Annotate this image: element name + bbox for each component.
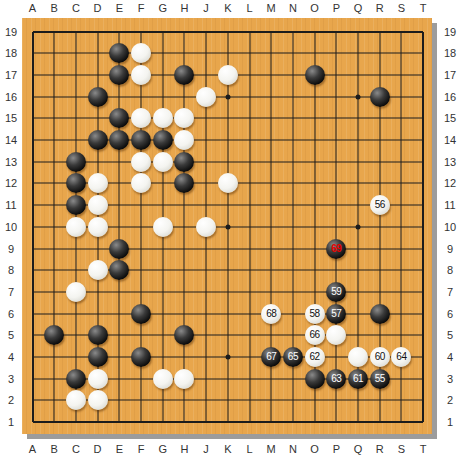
board-grid[interactable]: [22, 21, 434, 433]
intersection-Q16[interactable]: [347, 86, 369, 108]
intersection-A18[interactable]: [22, 42, 44, 64]
intersection-E6[interactable]: [108, 303, 130, 325]
intersection-O7[interactable]: [304, 281, 326, 303]
intersection-L6[interactable]: [239, 303, 261, 325]
intersection-N17[interactable]: [282, 64, 304, 86]
intersection-P15[interactable]: [325, 107, 347, 129]
intersection-Q6[interactable]: [347, 303, 369, 325]
intersection-C4[interactable]: [65, 346, 87, 368]
intersection-A14[interactable]: [22, 129, 44, 151]
intersection-F6[interactable]: [130, 303, 152, 325]
intersection-T4[interactable]: [412, 346, 434, 368]
intersection-L13[interactable]: [239, 151, 261, 173]
intersection-L1[interactable]: [239, 411, 261, 433]
intersection-R2[interactable]: [369, 389, 391, 411]
intersection-T19[interactable]: [412, 21, 434, 43]
intersection-T9[interactable]: [412, 238, 434, 260]
intersection-C9[interactable]: [65, 238, 87, 260]
intersection-C8[interactable]: [65, 259, 87, 281]
intersection-F19[interactable]: [130, 21, 152, 43]
intersection-B11[interactable]: [43, 194, 65, 216]
intersection-S12[interactable]: [390, 172, 412, 194]
intersection-N18[interactable]: [282, 42, 304, 64]
intersection-N4[interactable]: [282, 346, 304, 368]
intersection-B4[interactable]: [43, 346, 65, 368]
intersection-H19[interactable]: [173, 21, 195, 43]
intersection-J15[interactable]: [195, 107, 217, 129]
intersection-A8[interactable]: [22, 259, 44, 281]
intersection-D4[interactable]: [87, 346, 109, 368]
intersection-C17[interactable]: [65, 64, 87, 86]
intersection-T6[interactable]: [412, 303, 434, 325]
intersection-E8[interactable]: [108, 259, 130, 281]
intersection-A10[interactable]: [22, 216, 44, 238]
intersection-R14[interactable]: [369, 129, 391, 151]
intersection-J14[interactable]: [195, 129, 217, 151]
intersection-G10[interactable]: [152, 216, 174, 238]
intersection-B9[interactable]: [43, 238, 65, 260]
intersection-P13[interactable]: [325, 151, 347, 173]
intersection-D13[interactable]: [87, 151, 109, 173]
intersection-H9[interactable]: [173, 238, 195, 260]
intersection-C7[interactable]: [65, 281, 87, 303]
intersection-C12[interactable]: [65, 172, 87, 194]
intersection-P14[interactable]: [325, 129, 347, 151]
intersection-T12[interactable]: [412, 172, 434, 194]
intersection-L16[interactable]: [239, 86, 261, 108]
intersection-Q14[interactable]: [347, 129, 369, 151]
intersection-D12[interactable]: [87, 172, 109, 194]
intersection-M6[interactable]: [260, 303, 282, 325]
intersection-O5[interactable]: [304, 324, 326, 346]
intersection-Q2[interactable]: [347, 389, 369, 411]
intersection-K19[interactable]: [217, 21, 239, 43]
intersection-H16[interactable]: [173, 86, 195, 108]
intersection-O10[interactable]: [304, 216, 326, 238]
intersection-P16[interactable]: [325, 86, 347, 108]
intersection-H2[interactable]: [173, 389, 195, 411]
intersection-K9[interactable]: [217, 238, 239, 260]
intersection-D14[interactable]: [87, 129, 109, 151]
intersection-K2[interactable]: [217, 389, 239, 411]
intersection-N19[interactable]: [282, 21, 304, 43]
intersection-F11[interactable]: [130, 194, 152, 216]
intersection-L11[interactable]: [239, 194, 261, 216]
intersection-S17[interactable]: [390, 64, 412, 86]
intersection-N13[interactable]: [282, 151, 304, 173]
intersection-P18[interactable]: [325, 42, 347, 64]
intersection-H4[interactable]: [173, 346, 195, 368]
intersection-D2[interactable]: [87, 389, 109, 411]
intersection-Q11[interactable]: [347, 194, 369, 216]
intersection-K5[interactable]: [217, 324, 239, 346]
intersection-D6[interactable]: [87, 303, 109, 325]
intersection-H17[interactable]: [173, 64, 195, 86]
intersection-Q19[interactable]: [347, 21, 369, 43]
intersection-F13[interactable]: [130, 151, 152, 173]
intersection-M1[interactable]: [260, 411, 282, 433]
intersection-G11[interactable]: [152, 194, 174, 216]
intersection-M3[interactable]: [260, 368, 282, 390]
intersection-E18[interactable]: [108, 42, 130, 64]
intersection-Q4[interactable]: [347, 346, 369, 368]
intersection-O2[interactable]: [304, 389, 326, 411]
intersection-M4[interactable]: [260, 346, 282, 368]
intersection-S6[interactable]: [390, 303, 412, 325]
intersection-G14[interactable]: [152, 129, 174, 151]
intersection-H14[interactable]: [173, 129, 195, 151]
intersection-C10[interactable]: [65, 216, 87, 238]
intersection-G6[interactable]: [152, 303, 174, 325]
intersection-H5[interactable]: [173, 324, 195, 346]
intersection-K1[interactable]: [217, 411, 239, 433]
intersection-R5[interactable]: [369, 324, 391, 346]
intersection-S19[interactable]: [390, 21, 412, 43]
intersection-J6[interactable]: [195, 303, 217, 325]
intersection-A5[interactable]: [22, 324, 44, 346]
intersection-E12[interactable]: [108, 172, 130, 194]
intersection-J16[interactable]: [195, 86, 217, 108]
intersection-D8[interactable]: [87, 259, 109, 281]
intersection-E17[interactable]: [108, 64, 130, 86]
intersection-N2[interactable]: [282, 389, 304, 411]
intersection-J17[interactable]: [195, 64, 217, 86]
intersection-S3[interactable]: [390, 368, 412, 390]
intersection-F10[interactable]: [130, 216, 152, 238]
intersection-D19[interactable]: [87, 21, 109, 43]
intersection-C2[interactable]: [65, 389, 87, 411]
intersection-C11[interactable]: [65, 194, 87, 216]
intersection-S14[interactable]: [390, 129, 412, 151]
intersection-J19[interactable]: [195, 21, 217, 43]
intersection-Q13[interactable]: [347, 151, 369, 173]
intersection-O12[interactable]: [304, 172, 326, 194]
intersection-S15[interactable]: [390, 107, 412, 129]
intersection-F7[interactable]: [130, 281, 152, 303]
intersection-G4[interactable]: [152, 346, 174, 368]
intersection-P3[interactable]: [325, 368, 347, 390]
intersection-B15[interactable]: [43, 107, 65, 129]
intersection-T11[interactable]: [412, 194, 434, 216]
intersection-E11[interactable]: [108, 194, 130, 216]
intersection-L10[interactable]: [239, 216, 261, 238]
intersection-N15[interactable]: [282, 107, 304, 129]
intersection-P17[interactable]: [325, 64, 347, 86]
intersection-H10[interactable]: [173, 216, 195, 238]
intersection-A1[interactable]: [22, 411, 44, 433]
intersection-S16[interactable]: [390, 86, 412, 108]
intersection-P11[interactable]: [325, 194, 347, 216]
intersection-F3[interactable]: [130, 368, 152, 390]
intersection-D7[interactable]: [87, 281, 109, 303]
intersection-R12[interactable]: [369, 172, 391, 194]
intersection-N8[interactable]: [282, 259, 304, 281]
intersection-N7[interactable]: [282, 281, 304, 303]
intersection-J2[interactable]: [195, 389, 217, 411]
intersection-M19[interactable]: [260, 21, 282, 43]
intersection-O13[interactable]: [304, 151, 326, 173]
intersection-K14[interactable]: [217, 129, 239, 151]
intersection-B16[interactable]: [43, 86, 65, 108]
intersection-P4[interactable]: [325, 346, 347, 368]
intersection-O9[interactable]: [304, 238, 326, 260]
intersection-O15[interactable]: [304, 107, 326, 129]
intersection-A19[interactable]: [22, 21, 44, 43]
intersection-R15[interactable]: [369, 107, 391, 129]
intersection-J4[interactable]: [195, 346, 217, 368]
intersection-T17[interactable]: [412, 64, 434, 86]
intersection-J5[interactable]: [195, 324, 217, 346]
intersection-N12[interactable]: [282, 172, 304, 194]
intersection-J3[interactable]: [195, 368, 217, 390]
intersection-H8[interactable]: [173, 259, 195, 281]
intersection-J18[interactable]: [195, 42, 217, 64]
intersection-O19[interactable]: [304, 21, 326, 43]
intersection-J7[interactable]: [195, 281, 217, 303]
intersection-K3[interactable]: [217, 368, 239, 390]
intersection-K10[interactable]: [217, 216, 239, 238]
intersection-E13[interactable]: [108, 151, 130, 173]
intersection-T18[interactable]: [412, 42, 434, 64]
intersection-E2[interactable]: [108, 389, 130, 411]
intersection-O1[interactable]: [304, 411, 326, 433]
intersection-R6[interactable]: [369, 303, 391, 325]
intersection-G7[interactable]: [152, 281, 174, 303]
intersection-G9[interactable]: [152, 238, 174, 260]
intersection-B19[interactable]: [43, 21, 65, 43]
intersection-D10[interactable]: [87, 216, 109, 238]
intersection-O4[interactable]: [304, 346, 326, 368]
intersection-K13[interactable]: [217, 151, 239, 173]
intersection-C5[interactable]: [65, 324, 87, 346]
intersection-M12[interactable]: [260, 172, 282, 194]
intersection-H3[interactable]: [173, 368, 195, 390]
intersection-G3[interactable]: [152, 368, 174, 390]
intersection-P10[interactable]: [325, 216, 347, 238]
intersection-M7[interactable]: [260, 281, 282, 303]
intersection-K6[interactable]: [217, 303, 239, 325]
intersection-S2[interactable]: [390, 389, 412, 411]
intersection-C3[interactable]: [65, 368, 87, 390]
intersection-R3[interactable]: [369, 368, 391, 390]
intersection-L19[interactable]: [239, 21, 261, 43]
intersection-L3[interactable]: [239, 368, 261, 390]
intersection-N10[interactable]: [282, 216, 304, 238]
intersection-D3[interactable]: [87, 368, 109, 390]
intersection-B13[interactable]: [43, 151, 65, 173]
intersection-S8[interactable]: [390, 259, 412, 281]
intersection-S18[interactable]: [390, 42, 412, 64]
intersection-G13[interactable]: [152, 151, 174, 173]
intersection-R9[interactable]: [369, 238, 391, 260]
intersection-P2[interactable]: [325, 389, 347, 411]
intersection-G18[interactable]: [152, 42, 174, 64]
intersection-G2[interactable]: [152, 389, 174, 411]
intersection-G19[interactable]: [152, 21, 174, 43]
intersection-K7[interactable]: [217, 281, 239, 303]
intersection-R18[interactable]: [369, 42, 391, 64]
intersection-B7[interactable]: [43, 281, 65, 303]
intersection-G12[interactable]: [152, 172, 174, 194]
intersection-Q12[interactable]: [347, 172, 369, 194]
intersection-N14[interactable]: [282, 129, 304, 151]
intersection-R17[interactable]: [369, 64, 391, 86]
intersection-E3[interactable]: [108, 368, 130, 390]
intersection-Q10[interactable]: [347, 216, 369, 238]
intersection-A15[interactable]: [22, 107, 44, 129]
intersection-A7[interactable]: [22, 281, 44, 303]
intersection-D18[interactable]: [87, 42, 109, 64]
intersection-A3[interactable]: [22, 368, 44, 390]
intersection-B5[interactable]: [43, 324, 65, 346]
intersection-T2[interactable]: [412, 389, 434, 411]
intersection-C13[interactable]: [65, 151, 87, 173]
intersection-Q9[interactable]: [347, 238, 369, 260]
intersection-T14[interactable]: [412, 129, 434, 151]
intersection-R4[interactable]: [369, 346, 391, 368]
intersection-F9[interactable]: [130, 238, 152, 260]
intersection-T16[interactable]: [412, 86, 434, 108]
intersection-M11[interactable]: [260, 194, 282, 216]
intersection-L8[interactable]: [239, 259, 261, 281]
intersection-K4[interactable]: [217, 346, 239, 368]
intersection-G16[interactable]: [152, 86, 174, 108]
intersection-J10[interactable]: [195, 216, 217, 238]
intersection-N9[interactable]: [282, 238, 304, 260]
intersection-K17[interactable]: [217, 64, 239, 86]
intersection-J13[interactable]: [195, 151, 217, 173]
intersection-H13[interactable]: [173, 151, 195, 173]
intersection-A9[interactable]: [22, 238, 44, 260]
intersection-F2[interactable]: [130, 389, 152, 411]
intersection-Q7[interactable]: [347, 281, 369, 303]
intersection-M2[interactable]: [260, 389, 282, 411]
intersection-S7[interactable]: [390, 281, 412, 303]
intersection-G15[interactable]: [152, 107, 174, 129]
intersection-H1[interactable]: [173, 411, 195, 433]
intersection-M13[interactable]: [260, 151, 282, 173]
intersection-T5[interactable]: [412, 324, 434, 346]
intersection-E10[interactable]: [108, 216, 130, 238]
intersection-M17[interactable]: [260, 64, 282, 86]
intersection-F15[interactable]: [130, 107, 152, 129]
intersection-F4[interactable]: [130, 346, 152, 368]
intersection-B2[interactable]: [43, 389, 65, 411]
intersection-C14[interactable]: [65, 129, 87, 151]
intersection-A12[interactable]: [22, 172, 44, 194]
intersection-K18[interactable]: [217, 42, 239, 64]
intersection-E16[interactable]: [108, 86, 130, 108]
intersection-H15[interactable]: [173, 107, 195, 129]
intersection-Q15[interactable]: [347, 107, 369, 129]
intersection-Q5[interactable]: [347, 324, 369, 346]
intersection-O16[interactable]: [304, 86, 326, 108]
intersection-N1[interactable]: [282, 411, 304, 433]
intersection-E9[interactable]: [108, 238, 130, 260]
intersection-R8[interactable]: [369, 259, 391, 281]
intersection-M15[interactable]: [260, 107, 282, 129]
intersection-L18[interactable]: [239, 42, 261, 64]
intersection-L7[interactable]: [239, 281, 261, 303]
intersection-J1[interactable]: [195, 411, 217, 433]
intersection-Q18[interactable]: [347, 42, 369, 64]
intersection-P7[interactable]: [325, 281, 347, 303]
intersection-D16[interactable]: [87, 86, 109, 108]
intersection-P8[interactable]: [325, 259, 347, 281]
intersection-T1[interactable]: [412, 411, 434, 433]
intersection-J9[interactable]: [195, 238, 217, 260]
intersection-L9[interactable]: [239, 238, 261, 260]
intersection-T10[interactable]: [412, 216, 434, 238]
intersection-O17[interactable]: [304, 64, 326, 86]
intersection-P9[interactable]: [325, 238, 347, 260]
intersection-L14[interactable]: [239, 129, 261, 151]
intersection-B17[interactable]: [43, 64, 65, 86]
intersection-P1[interactable]: [325, 411, 347, 433]
intersection-E15[interactable]: [108, 107, 130, 129]
intersection-B18[interactable]: [43, 42, 65, 64]
intersection-S9[interactable]: [390, 238, 412, 260]
intersection-C6[interactable]: [65, 303, 87, 325]
intersection-J11[interactable]: [195, 194, 217, 216]
intersection-S5[interactable]: [390, 324, 412, 346]
intersection-P6[interactable]: [325, 303, 347, 325]
intersection-A4[interactable]: [22, 346, 44, 368]
intersection-S4[interactable]: [390, 346, 412, 368]
intersection-Q17[interactable]: [347, 64, 369, 86]
intersection-E4[interactable]: [108, 346, 130, 368]
intersection-S1[interactable]: [390, 411, 412, 433]
intersection-K11[interactable]: [217, 194, 239, 216]
intersection-C1[interactable]: [65, 411, 87, 433]
intersection-T3[interactable]: [412, 368, 434, 390]
intersection-N5[interactable]: [282, 324, 304, 346]
intersection-M14[interactable]: [260, 129, 282, 151]
intersection-N3[interactable]: [282, 368, 304, 390]
intersection-L5[interactable]: [239, 324, 261, 346]
intersection-A2[interactable]: [22, 389, 44, 411]
intersection-K16[interactable]: [217, 86, 239, 108]
intersection-F17[interactable]: [130, 64, 152, 86]
intersection-F16[interactable]: [130, 86, 152, 108]
intersection-L12[interactable]: [239, 172, 261, 194]
intersection-G17[interactable]: [152, 64, 174, 86]
intersection-R1[interactable]: [369, 411, 391, 433]
intersection-Q8[interactable]: [347, 259, 369, 281]
intersection-B8[interactable]: [43, 259, 65, 281]
intersection-L2[interactable]: [239, 389, 261, 411]
intersection-J8[interactable]: [195, 259, 217, 281]
intersection-B6[interactable]: [43, 303, 65, 325]
intersection-N16[interactable]: [282, 86, 304, 108]
intersection-D5[interactable]: [87, 324, 109, 346]
intersection-L15[interactable]: [239, 107, 261, 129]
intersection-H6[interactable]: [173, 303, 195, 325]
intersection-K8[interactable]: [217, 259, 239, 281]
intersection-F5[interactable]: [130, 324, 152, 346]
intersection-B10[interactable]: [43, 216, 65, 238]
intersection-R16[interactable]: [369, 86, 391, 108]
intersection-T8[interactable]: [412, 259, 434, 281]
intersection-M8[interactable]: [260, 259, 282, 281]
intersection-O18[interactable]: [304, 42, 326, 64]
intersection-D1[interactable]: [87, 411, 109, 433]
intersection-M5[interactable]: [260, 324, 282, 346]
intersection-M18[interactable]: [260, 42, 282, 64]
intersection-O11[interactable]: [304, 194, 326, 216]
intersection-H7[interactable]: [173, 281, 195, 303]
intersection-L17[interactable]: [239, 64, 261, 86]
